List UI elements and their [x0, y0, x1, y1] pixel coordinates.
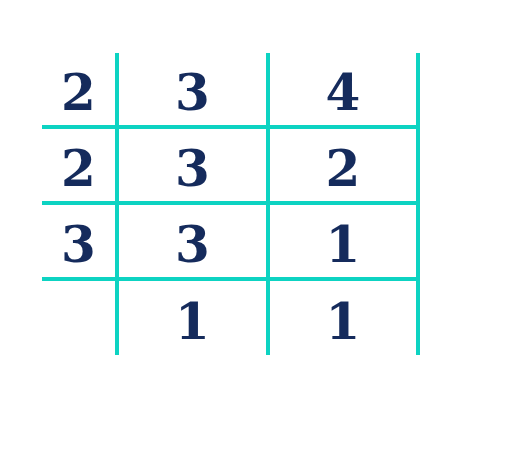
puzzle-board: 23423233111 — [42, 53, 420, 355]
cell-r3c3: 1 — [270, 205, 420, 281]
cell-number: 2 — [326, 144, 361, 194]
cell-number: 1 — [175, 297, 210, 347]
cell-r1c2: 3 — [119, 53, 270, 129]
cell-number: 4 — [326, 68, 361, 118]
cell-r1c1: 2 — [42, 53, 119, 129]
cell-number: 3 — [175, 220, 210, 270]
cell-r3c2: 3 — [119, 205, 270, 281]
cell-r2c2: 3 — [119, 129, 270, 205]
cell-r1c3: 4 — [270, 53, 420, 129]
cell-number: 2 — [61, 68, 96, 118]
cell-number: 2 — [61, 144, 96, 194]
cell-number: 1 — [326, 297, 361, 347]
cell-number: 3 — [175, 68, 210, 118]
cell-number: 3 — [175, 144, 210, 194]
cell-r4c1 — [42, 281, 119, 355]
cell-r2c1: 2 — [42, 129, 119, 205]
cell-r3c1: 3 — [42, 205, 119, 281]
cell-r2c3: 2 — [270, 129, 420, 205]
puzzle-diagram: 23423233111 — [0, 0, 508, 474]
cell-r4c3: 1 — [270, 281, 420, 355]
cell-r4c2: 1 — [119, 281, 270, 355]
cell-number: 3 — [61, 220, 96, 270]
cell-number: 1 — [326, 220, 361, 270]
